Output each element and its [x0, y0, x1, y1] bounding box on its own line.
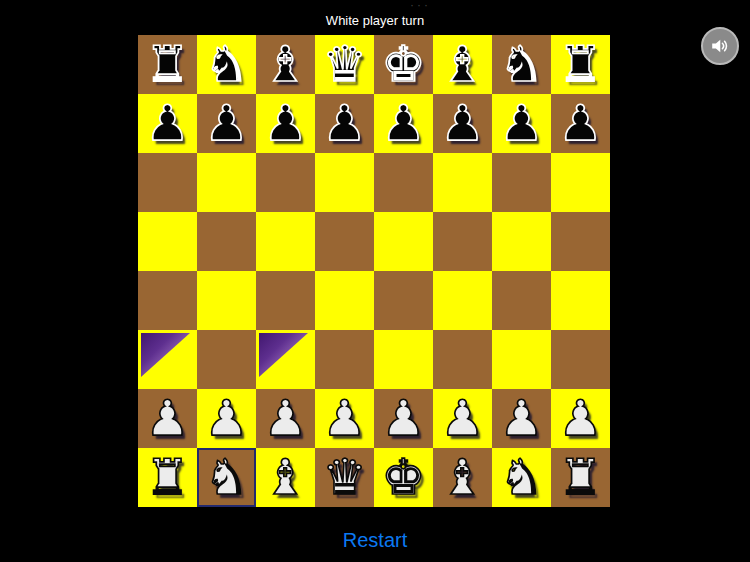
square-b1[interactable]: ♞: [197, 448, 256, 507]
square-b6[interactable]: [197, 153, 256, 212]
white-pawn-piece: ♟: [500, 394, 544, 443]
square-h5[interactable]: [551, 212, 610, 271]
black-bishop-piece: ♝: [441, 40, 485, 89]
black-rook-piece: ♜: [146, 40, 190, 89]
square-e5[interactable]: [374, 212, 433, 271]
white-pawn-piece: ♟: [146, 394, 190, 443]
square-b7[interactable]: ♟: [197, 94, 256, 153]
move-hint-triangle: [141, 333, 190, 377]
white-bishop-piece: ♝: [264, 453, 308, 502]
square-d7[interactable]: ♟: [315, 94, 374, 153]
square-b8[interactable]: ♞: [197, 35, 256, 94]
square-a7[interactable]: ♟: [138, 94, 197, 153]
square-h6[interactable]: [551, 153, 610, 212]
square-a8[interactable]: ♜: [138, 35, 197, 94]
square-c5[interactable]: [256, 212, 315, 271]
white-pawn-piece: ♟: [264, 394, 308, 443]
restart-button[interactable]: Restart: [0, 528, 750, 553]
overflow-dots: ···: [410, 0, 431, 12]
square-d1[interactable]: ♛: [315, 448, 374, 507]
square-a2[interactable]: ♟: [138, 389, 197, 448]
square-c3[interactable]: [256, 330, 315, 389]
black-pawn-piece: ♟: [205, 99, 249, 148]
square-f4[interactable]: [433, 271, 492, 330]
white-knight-piece: ♞: [500, 453, 544, 502]
square-d3[interactable]: [315, 330, 374, 389]
black-pawn-piece: ♟: [500, 99, 544, 148]
black-pawn-piece: ♟: [323, 99, 367, 148]
square-e7[interactable]: ♟: [374, 94, 433, 153]
square-h2[interactable]: ♟: [551, 389, 610, 448]
square-f7[interactable]: ♟: [433, 94, 492, 153]
square-g8[interactable]: ♞: [492, 35, 551, 94]
square-d2[interactable]: ♟: [315, 389, 374, 448]
square-e1[interactable]: ♚: [374, 448, 433, 507]
square-b2[interactable]: ♟: [197, 389, 256, 448]
square-e8[interactable]: ♚: [374, 35, 433, 94]
square-g5[interactable]: [492, 212, 551, 271]
square-a1[interactable]: ♜: [138, 448, 197, 507]
square-c1[interactable]: ♝: [256, 448, 315, 507]
square-b4[interactable]: [197, 271, 256, 330]
white-queen-piece: ♛: [323, 453, 367, 502]
square-h1[interactable]: ♜: [551, 448, 610, 507]
black-bishop-piece: ♝: [264, 40, 308, 89]
white-knight-piece: ♞: [205, 453, 249, 502]
speaker-icon: [709, 35, 731, 57]
app-screen: ··· White player turn ♜♞♝♛♚♝♞♜♟♟♟♟♟♟♟♟♟♟…: [0, 0, 750, 562]
square-d6[interactable]: [315, 153, 374, 212]
white-pawn-piece: ♟: [382, 394, 426, 443]
square-e3[interactable]: [374, 330, 433, 389]
square-f6[interactable]: [433, 153, 492, 212]
square-g2[interactable]: ♟: [492, 389, 551, 448]
chess-board: ♜♞♝♛♚♝♞♜♟♟♟♟♟♟♟♟♟♟♟♟♟♟♟♟♜♞♝♛♚♝♞♜: [138, 35, 610, 507]
black-knight-piece: ♞: [205, 40, 249, 89]
square-c2[interactable]: ♟: [256, 389, 315, 448]
square-b3[interactable]: [197, 330, 256, 389]
square-g4[interactable]: [492, 271, 551, 330]
square-g1[interactable]: ♞: [492, 448, 551, 507]
square-f8[interactable]: ♝: [433, 35, 492, 94]
white-rook-piece: ♜: [146, 453, 190, 502]
square-h4[interactable]: [551, 271, 610, 330]
square-d4[interactable]: [315, 271, 374, 330]
white-pawn-piece: ♟: [441, 394, 485, 443]
square-g6[interactable]: [492, 153, 551, 212]
white-king-piece: ♚: [382, 453, 426, 502]
square-g7[interactable]: ♟: [492, 94, 551, 153]
square-f5[interactable]: [433, 212, 492, 271]
square-e6[interactable]: [374, 153, 433, 212]
white-rook-piece: ♜: [559, 453, 603, 502]
square-c7[interactable]: ♟: [256, 94, 315, 153]
white-pawn-piece: ♟: [559, 394, 603, 443]
black-king-piece: ♚: [382, 40, 426, 89]
black-pawn-piece: ♟: [264, 99, 308, 148]
square-e2[interactable]: ♟: [374, 389, 433, 448]
square-e4[interactable]: [374, 271, 433, 330]
square-g3[interactable]: [492, 330, 551, 389]
black-pawn-piece: ♟: [441, 99, 485, 148]
black-pawn-piece: ♟: [559, 99, 603, 148]
black-knight-piece: ♞: [500, 40, 544, 89]
white-pawn-piece: ♟: [323, 394, 367, 443]
square-f1[interactable]: ♝: [433, 448, 492, 507]
square-a5[interactable]: [138, 212, 197, 271]
square-d5[interactable]: [315, 212, 374, 271]
square-h3[interactable]: [551, 330, 610, 389]
square-h8[interactable]: ♜: [551, 35, 610, 94]
black-pawn-piece: ♟: [146, 99, 190, 148]
square-d8[interactable]: ♛: [315, 35, 374, 94]
white-pawn-piece: ♟: [205, 394, 249, 443]
move-hint-triangle: [259, 333, 308, 377]
square-c8[interactable]: ♝: [256, 35, 315, 94]
square-a6[interactable]: [138, 153, 197, 212]
square-c4[interactable]: [256, 271, 315, 330]
turn-status-text: White player turn: [0, 13, 750, 28]
black-pawn-piece: ♟: [382, 99, 426, 148]
white-bishop-piece: ♝: [441, 453, 485, 502]
square-a4[interactable]: [138, 271, 197, 330]
square-a3[interactable]: [138, 330, 197, 389]
square-h7[interactable]: ♟: [551, 94, 610, 153]
square-f2[interactable]: ♟: [433, 389, 492, 448]
black-rook-piece: ♜: [559, 40, 603, 89]
black-queen-piece: ♛: [323, 40, 367, 89]
square-f3[interactable]: [433, 330, 492, 389]
square-b5[interactable]: [197, 212, 256, 271]
square-c6[interactable]: [256, 153, 315, 212]
sound-button[interactable]: [701, 27, 739, 65]
